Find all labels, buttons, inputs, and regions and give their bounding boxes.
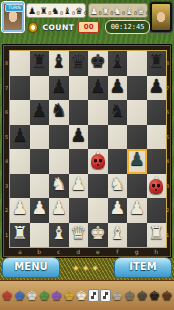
square-f1[interactable]: ♝ — [108, 223, 128, 248]
piece-white-pawn-f2[interactable]: ♟ — [109, 199, 125, 217]
captured-white-knight: ♞0 — [114, 6, 126, 16]
player-avatar-left: TURN — [2, 2, 24, 32]
player-avatar-right — [150, 2, 172, 32]
square-e2[interactable] — [88, 198, 108, 223]
piece-theme-selector-bar[interactable]: ♚♚♚♚♚♚♚♚♚♚♚♚ — [0, 280, 174, 310]
square-h7[interactable]: ♟ — [147, 76, 167, 101]
square-g4[interactable]: ♟ — [127, 149, 147, 174]
captured-black-bishop: ♝0 — [63, 6, 75, 16]
square-b8[interactable]: ♜ — [30, 51, 50, 76]
rank-label-6: 6 — [4, 100, 10, 125]
square-c6[interactable]: ♞ — [49, 100, 69, 125]
clock-watch-icon — [28, 22, 38, 33]
rank-label-8: 8 — [4, 51, 10, 76]
square-f2[interactable]: ♟ — [108, 198, 128, 223]
piece-white-king-e1[interactable]: ♚ — [90, 224, 106, 242]
square-e8[interactable]: ♚ — [88, 51, 108, 76]
square-g5[interactable] — [127, 125, 147, 150]
piece-white-pawn-c2[interactable]: ♟ — [51, 199, 67, 217]
square-b7[interactable] — [30, 76, 50, 101]
piece-black-pawn-e7[interactable]: ♟ — [90, 77, 106, 95]
menu-button[interactable]: MENU — [2, 257, 60, 278]
square-d1[interactable]: ♛ — [69, 223, 89, 248]
square-a1[interactable]: ♜ — [10, 223, 30, 248]
captured-black-pieces-tray: ♟0♜0♞0♝0♛0 — [26, 3, 86, 18]
black-bishop-icon: ♝ — [63, 6, 71, 16]
square-h1[interactable]: ♜ — [147, 223, 167, 248]
rank-label-2: 2 — [4, 198, 10, 223]
black-rook-icon: ♜ — [40, 6, 48, 16]
theme-pieceset-icon-11[interactable]: ♚ — [124, 289, 136, 302]
square-e4[interactable]: ♟ — [88, 149, 108, 174]
square-d7[interactable] — [69, 76, 89, 101]
rank-label-2: 2 — [165, 198, 171, 223]
square-b5[interactable] — [30, 125, 50, 150]
rank-label-3: 3 — [4, 174, 10, 199]
captured-black-rook: ♜0 — [40, 6, 52, 16]
square-f7[interactable]: ♟ — [108, 76, 128, 101]
square-h2[interactable] — [147, 198, 167, 223]
square-f5[interactable] — [108, 125, 128, 150]
square-b2[interactable]: ♟ — [30, 198, 50, 223]
square-g8[interactable] — [127, 51, 147, 76]
theme-pieceset-icon-14[interactable]: ♚ — [161, 289, 173, 302]
square-a5[interactable]: ♟ — [10, 125, 30, 150]
chess-board: 87654321 ♜♝♛♚♝♜♟♟♟♟♟♞♞♟♟♟♟♞♟♞♟♟♟♟♟♟♜♝♛♚♝… — [2, 44, 172, 258]
square-a6[interactable] — [10, 100, 30, 125]
square-g1[interactable] — [127, 223, 147, 248]
board-squares-grid[interactable]: ♜♝♛♚♝♜♟♟♟♟♟♞♞♟♟♟♟♞♟♞♟♟♟♟♟♟♜♝♛♚♝♜ — [10, 51, 166, 247]
square-h4[interactable] — [147, 149, 167, 174]
square-f4[interactable] — [108, 149, 128, 174]
file-label-g: g — [127, 246, 147, 257]
rank-label-3: 3 — [165, 174, 171, 199]
square-c3[interactable]: ♞ — [49, 174, 69, 199]
theme-pieceset-icon-12[interactable]: ♚ — [136, 289, 148, 302]
rank-label-4: 4 — [165, 149, 171, 174]
square-h5[interactable] — [147, 125, 167, 150]
piece-black-king-e8[interactable]: ♚ — [90, 52, 106, 70]
captured-white-rook: ♜0 — [102, 6, 114, 16]
captured-black-queen: ♛0 — [75, 6, 87, 16]
turn-indicator-badge: TURN — [5, 4, 24, 12]
captured-white-bishop: ♝0 — [125, 6, 137, 16]
theme-board-icon-9[interactable] — [100, 289, 111, 302]
piece-black-bishop-f8[interactable]: ♝ — [109, 52, 125, 70]
danger-skull-icon-e4 — [91, 154, 105, 169]
piece-black-pawn-d5[interactable]: ♟ — [70, 126, 86, 144]
square-a7[interactable] — [10, 76, 30, 101]
white-knight-icon: ♞ — [114, 6, 122, 16]
rank-label-5: 5 — [165, 125, 171, 150]
square-b3[interactable] — [30, 174, 50, 199]
piece-black-pawn-c7[interactable]: ♟ — [51, 77, 67, 95]
square-b6[interactable]: ♟ — [30, 100, 50, 125]
captured-white-pieces-tray: ♟0♜0♞0♝0♛0 — [88, 3, 148, 18]
square-d3[interactable]: ♟ — [69, 174, 89, 199]
black-pawn-icon: ♟ — [28, 6, 36, 16]
rank-label-4: 4 — [4, 149, 10, 174]
piece-white-pawn-d3[interactable]: ♟ — [70, 175, 86, 193]
chess-game-screen: TURN ♟0♜0♞0♝0♛0 ♟0♜0♞0♝0♛0 COUNT 00 00:1… — [0, 0, 174, 310]
rank-label-7: 7 — [165, 76, 171, 101]
piece-white-rook-h1[interactable]: ♜ — [148, 224, 164, 242]
rank-label-1: 1 — [165, 223, 171, 248]
piece-black-pawn-g4[interactable]: ♟ — [129, 150, 145, 168]
square-c2[interactable]: ♟ — [49, 198, 69, 223]
square-g7[interactable] — [127, 76, 147, 101]
piece-white-rook-a1[interactable]: ♜ — [12, 224, 28, 242]
square-f3[interactable]: ♞ — [108, 174, 128, 199]
square-c7[interactable]: ♟ — [49, 76, 69, 101]
square-g6[interactable] — [127, 100, 147, 125]
rank-label-5: 5 — [4, 125, 10, 150]
piece-black-rook-b8[interactable]: ♜ — [31, 52, 47, 70]
piece-black-bishop-c8[interactable]: ♝ — [51, 52, 67, 70]
piece-black-knight-c6[interactable]: ♞ — [51, 101, 67, 119]
theme-pieceset-icon-5[interactable]: ♚ — [51, 289, 63, 302]
square-a2[interactable]: ♟ — [10, 198, 30, 223]
file-labels-bottom: abcdefgh — [10, 246, 166, 257]
theme-pieceset-icon-10[interactable]: ♚ — [111, 289, 123, 302]
square-c8[interactable]: ♝ — [49, 51, 69, 76]
theme-pieceset-icon-3[interactable]: ♚ — [26, 289, 38, 302]
captured-white-pawn: ♟0 — [90, 6, 102, 16]
piece-black-rook-h8[interactable]: ♜ — [148, 52, 164, 70]
game-timer: 00:12:45 — [105, 20, 150, 34]
theme-pieceset-icon-4[interactable]: ♚ — [38, 289, 50, 302]
square-e5[interactable] — [88, 125, 108, 150]
piece-black-pawn-b6[interactable]: ♟ — [31, 101, 47, 119]
piece-white-knight-f3[interactable]: ♞ — [109, 175, 125, 193]
square-d6[interactable] — [69, 100, 89, 125]
theme-pieceset-icon-6[interactable]: ♚ — [63, 289, 75, 302]
square-e1[interactable]: ♚ — [88, 223, 108, 248]
piece-black-knight-f6[interactable]: ♞ — [109, 101, 125, 119]
piece-white-pawn-a2[interactable]: ♟ — [12, 199, 28, 217]
file-label-d: d — [69, 246, 89, 257]
piece-white-knight-c3[interactable]: ♞ — [51, 175, 67, 193]
theme-pieceset-icon-13[interactable]: ♚ — [149, 289, 161, 302]
item-button[interactable]: ITEM — [114, 257, 172, 278]
file-label-h: h — [147, 246, 167, 257]
mini-board-pattern — [103, 292, 108, 299]
white-pawn-icon: ♟ — [90, 6, 98, 16]
captured-count: 0 — [146, 10, 149, 16]
square-b1[interactable] — [30, 223, 50, 248]
rank-labels-left: 87654321 — [4, 51, 10, 247]
count-timer-row: COUNT 00 00:12:45 — [26, 20, 150, 34]
square-d5[interactable]: ♟ — [69, 125, 89, 150]
piece-black-pawn-a5[interactable]: ♟ — [12, 126, 28, 144]
black-queen-icon: ♛ — [75, 6, 83, 16]
rank-label-6: 6 — [165, 100, 171, 125]
gold-sparkles-decoration: ✦✦✦ — [62, 258, 112, 280]
rank-labels-right: 87654321 — [165, 51, 171, 247]
square-c4[interactable] — [49, 149, 69, 174]
piece-white-bishop-f1[interactable]: ♝ — [109, 224, 125, 242]
captured-count: 0 — [84, 10, 87, 16]
file-label-c: c — [49, 246, 69, 257]
square-b4[interactable] — [30, 149, 50, 174]
file-label-f: f — [108, 246, 128, 257]
file-label-a: a — [10, 246, 30, 257]
theme-pieceset-icon-2[interactable]: ♚ — [14, 289, 26, 302]
square-c5[interactable] — [49, 125, 69, 150]
piece-white-pawn-g2[interactable]: ♟ — [129, 199, 145, 217]
square-e3[interactable] — [88, 174, 108, 199]
square-d8[interactable]: ♛ — [69, 51, 89, 76]
white-bishop-icon: ♝ — [125, 6, 133, 16]
square-f8[interactable]: ♝ — [108, 51, 128, 76]
piece-black-pawn-f7[interactable]: ♟ — [109, 77, 125, 95]
square-d4[interactable] — [69, 149, 89, 174]
rank-label-8: 8 — [165, 51, 171, 76]
danger-skull-icon-h3 — [149, 179, 163, 194]
mini-board-pattern — [91, 292, 96, 299]
captured-black-pawn: ♟0 — [28, 6, 40, 16]
white-queen-icon: ♛ — [137, 6, 145, 16]
piece-black-pawn-h7[interactable]: ♟ — [148, 77, 164, 95]
piece-white-pawn-b2[interactable]: ♟ — [31, 199, 47, 217]
captured-white-queen: ♛0 — [137, 6, 149, 16]
rank-label-1: 1 — [4, 223, 10, 248]
piece-white-bishop-c1[interactable]: ♝ — [51, 224, 67, 242]
square-f6[interactable]: ♞ — [108, 100, 128, 125]
square-d2[interactable] — [69, 198, 89, 223]
file-label-b: b — [30, 246, 50, 257]
theme-board-icon-8[interactable] — [88, 289, 99, 302]
count-label: COUNT — [42, 23, 74, 32]
theme-pieceset-icon-1[interactable]: ♚ — [1, 289, 13, 302]
file-label-e: e — [88, 246, 108, 257]
square-e7[interactable]: ♟ — [88, 76, 108, 101]
piece-black-queen-d8[interactable]: ♛ — [70, 52, 86, 70]
theme-pieceset-icon-7[interactable]: ♚ — [76, 289, 88, 302]
square-h3[interactable]: ♟ — [147, 174, 167, 199]
square-h8[interactable]: ♜ — [147, 51, 167, 76]
piece-white-queen-d1[interactable]: ♛ — [70, 224, 86, 242]
square-a8[interactable] — [10, 51, 30, 76]
square-c1[interactable]: ♝ — [49, 223, 69, 248]
black-knight-icon: ♞ — [52, 6, 60, 16]
white-rook-icon: ♜ — [102, 6, 110, 16]
square-a3[interactable] — [10, 174, 30, 199]
rank-label-7: 7 — [4, 76, 10, 101]
square-e6[interactable] — [88, 100, 108, 125]
square-a4[interactable] — [10, 149, 30, 174]
count-value: 00 — [78, 21, 99, 33]
captured-black-knight: ♞0 — [52, 6, 64, 16]
square-g2[interactable]: ♟ — [127, 198, 147, 223]
square-g3[interactable] — [127, 174, 147, 199]
square-h6[interactable] — [147, 100, 167, 125]
